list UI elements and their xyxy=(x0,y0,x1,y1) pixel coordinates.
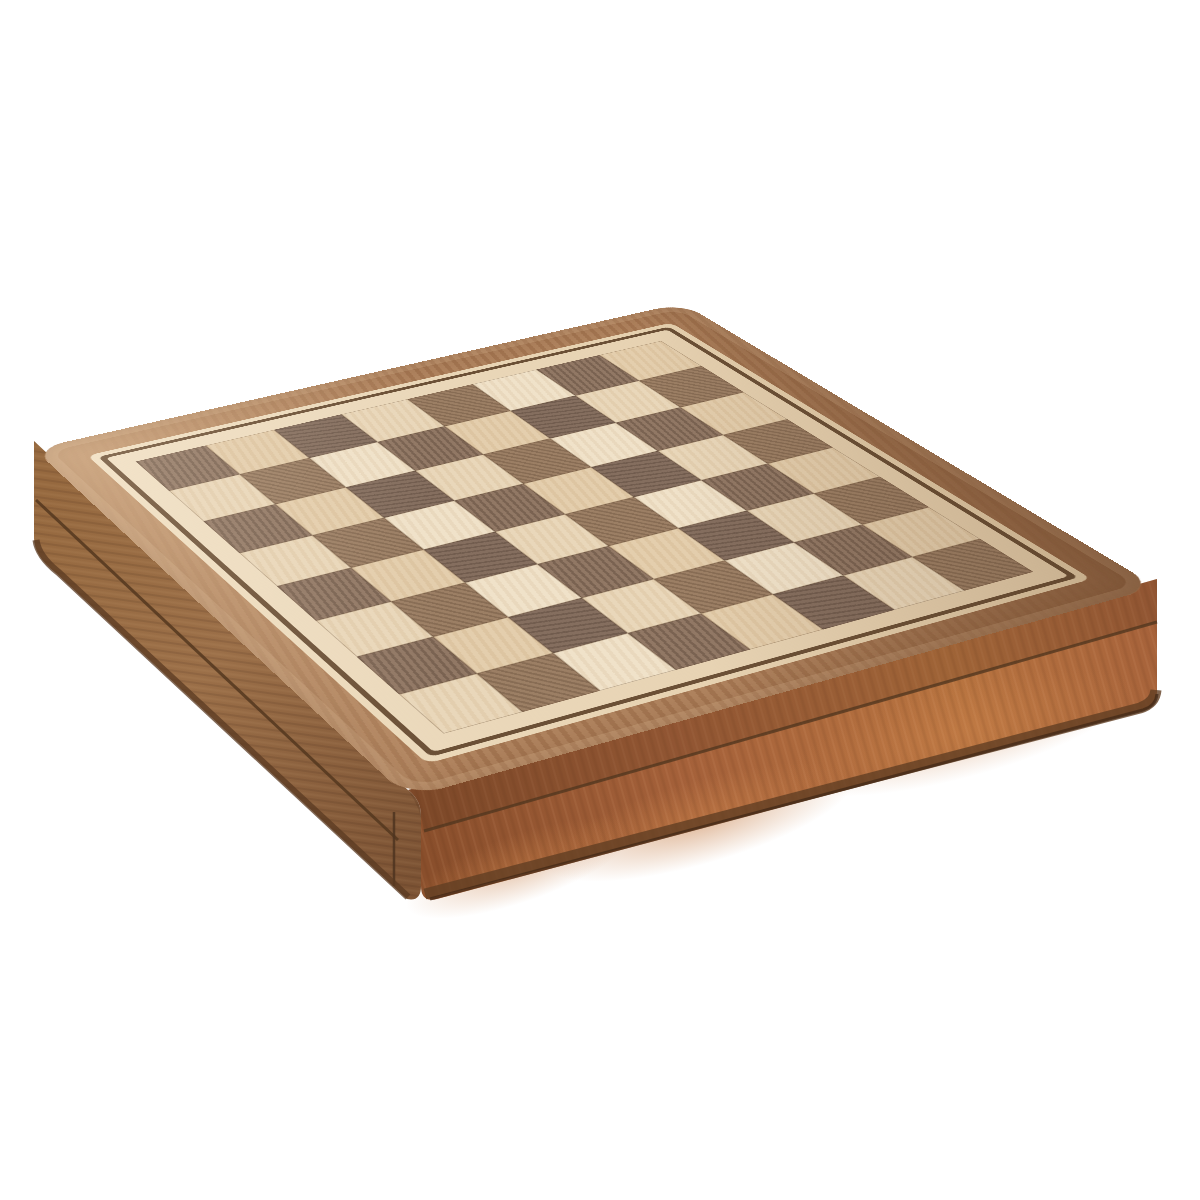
product-photo-stage xyxy=(0,0,1200,1200)
